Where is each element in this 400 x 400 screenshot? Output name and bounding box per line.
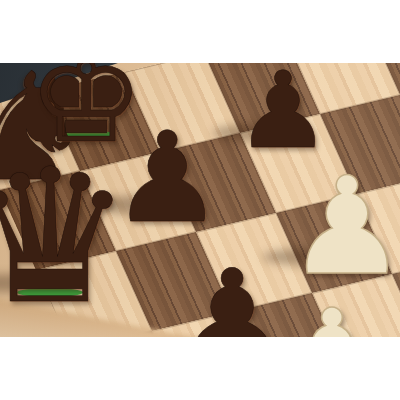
photo-canvas: ♞♚♟♟♛♟♟♟ xyxy=(0,0,400,400)
chess-photo: ♞♚♟♟♛♟♟♟ xyxy=(0,63,400,337)
black-queen[interactable]: ♛ xyxy=(0,145,133,330)
white-pawn-d5[interactable]: ♟ xyxy=(274,292,391,337)
white-pawn-d6[interactable]: ♟ xyxy=(286,159,400,294)
